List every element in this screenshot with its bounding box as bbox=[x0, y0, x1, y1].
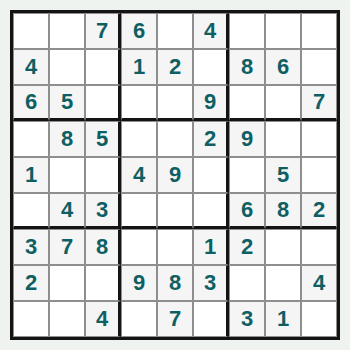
cell-r3c7[interactable] bbox=[229, 85, 265, 121]
cell-r8c4[interactable]: 9 bbox=[121, 265, 157, 301]
cell-r8c1[interactable]: 2 bbox=[13, 265, 49, 301]
cell-r7c1[interactable]: 3 bbox=[13, 229, 49, 265]
cell-r4c8[interactable] bbox=[265, 121, 301, 157]
cell-r6c9[interactable]: 2 bbox=[301, 193, 337, 229]
cell-r2c6[interactable] bbox=[193, 49, 229, 85]
cell-r5c3[interactable] bbox=[85, 157, 121, 193]
cell-r3c9[interactable]: 7 bbox=[301, 85, 337, 121]
cell-r5c4[interactable]: 4 bbox=[121, 157, 157, 193]
cell-r9c7[interactable]: 3 bbox=[229, 301, 265, 337]
cell-r5c5[interactable]: 9 bbox=[157, 157, 193, 193]
cell-r4c3[interactable]: 5 bbox=[85, 121, 121, 157]
cell-r7c5[interactable] bbox=[157, 229, 193, 265]
cell-r6c3[interactable]: 3 bbox=[85, 193, 121, 229]
cell-r3c1[interactable]: 6 bbox=[13, 85, 49, 121]
cell-r8c9[interactable]: 4 bbox=[301, 265, 337, 301]
cell-r9c2[interactable] bbox=[49, 301, 85, 337]
cell-r7c4[interactable] bbox=[121, 229, 157, 265]
cell-r9c3[interactable]: 4 bbox=[85, 301, 121, 337]
cell-r6c5[interactable] bbox=[157, 193, 193, 229]
cell-r8c8[interactable] bbox=[265, 265, 301, 301]
cell-r9c5[interactable]: 7 bbox=[157, 301, 193, 337]
cell-r5c7[interactable] bbox=[229, 157, 265, 193]
cell-r9c9[interactable] bbox=[301, 301, 337, 337]
cell-r4c4[interactable] bbox=[121, 121, 157, 157]
sudoku-board: 764412866597852914954368237812298344731 bbox=[10, 10, 340, 340]
cell-r6c7[interactable]: 6 bbox=[229, 193, 265, 229]
cell-r3c3[interactable] bbox=[85, 85, 121, 121]
cell-r3c4[interactable] bbox=[121, 85, 157, 121]
cell-r6c6[interactable] bbox=[193, 193, 229, 229]
cell-r5c2[interactable] bbox=[49, 157, 85, 193]
cell-r3c8[interactable] bbox=[265, 85, 301, 121]
cell-r9c6[interactable] bbox=[193, 301, 229, 337]
cell-r9c4[interactable] bbox=[121, 301, 157, 337]
cell-r3c6[interactable]: 9 bbox=[193, 85, 229, 121]
cell-r2c9[interactable] bbox=[301, 49, 337, 85]
cell-r3c2[interactable]: 5 bbox=[49, 85, 85, 121]
cell-r2c3[interactable] bbox=[85, 49, 121, 85]
cell-r4c7[interactable]: 9 bbox=[229, 121, 265, 157]
cell-r1c6[interactable]: 4 bbox=[193, 13, 229, 49]
cell-r1c7[interactable] bbox=[229, 13, 265, 49]
cell-r2c8[interactable]: 6 bbox=[265, 49, 301, 85]
cell-r1c2[interactable] bbox=[49, 13, 85, 49]
cell-r6c4[interactable] bbox=[121, 193, 157, 229]
cell-r1c8[interactable] bbox=[265, 13, 301, 49]
cell-r9c1[interactable] bbox=[13, 301, 49, 337]
cell-r8c3[interactable] bbox=[85, 265, 121, 301]
cell-r1c9[interactable] bbox=[301, 13, 337, 49]
cell-r2c5[interactable]: 2 bbox=[157, 49, 193, 85]
cell-r6c8[interactable]: 8 bbox=[265, 193, 301, 229]
cell-r7c3[interactable]: 8 bbox=[85, 229, 121, 265]
cell-r2c7[interactable]: 8 bbox=[229, 49, 265, 85]
cell-r8c6[interactable]: 3 bbox=[193, 265, 229, 301]
cell-r7c6[interactable]: 1 bbox=[193, 229, 229, 265]
cell-r1c1[interactable] bbox=[13, 13, 49, 49]
cell-r7c9[interactable] bbox=[301, 229, 337, 265]
cell-r7c7[interactable]: 2 bbox=[229, 229, 265, 265]
cell-r2c2[interactable] bbox=[49, 49, 85, 85]
cell-r8c5[interactable]: 8 bbox=[157, 265, 193, 301]
cell-r6c1[interactable] bbox=[13, 193, 49, 229]
cell-r5c6[interactable] bbox=[193, 157, 229, 193]
cell-r5c8[interactable]: 5 bbox=[265, 157, 301, 193]
cell-r1c3[interactable]: 7 bbox=[85, 13, 121, 49]
cell-r8c7[interactable] bbox=[229, 265, 265, 301]
cell-r7c8[interactable] bbox=[265, 229, 301, 265]
cell-r4c5[interactable] bbox=[157, 121, 193, 157]
cell-r4c9[interactable] bbox=[301, 121, 337, 157]
sudoku-page: 764412866597852914954368237812298344731 bbox=[0, 0, 350, 350]
cell-r4c6[interactable]: 2 bbox=[193, 121, 229, 157]
cell-r6c2[interactable]: 4 bbox=[49, 193, 85, 229]
cell-r7c2[interactable]: 7 bbox=[49, 229, 85, 265]
cell-r9c8[interactable]: 1 bbox=[265, 301, 301, 337]
cell-r5c9[interactable] bbox=[301, 157, 337, 193]
cell-r2c1[interactable]: 4 bbox=[13, 49, 49, 85]
cell-r1c5[interactable] bbox=[157, 13, 193, 49]
cell-r4c2[interactable]: 8 bbox=[49, 121, 85, 157]
cell-r1c4[interactable]: 6 bbox=[121, 13, 157, 49]
cell-r8c2[interactable] bbox=[49, 265, 85, 301]
cell-r2c4[interactable]: 1 bbox=[121, 49, 157, 85]
cell-r5c1[interactable]: 1 bbox=[13, 157, 49, 193]
cell-r3c5[interactable] bbox=[157, 85, 193, 121]
cell-r4c1[interactable] bbox=[13, 121, 49, 157]
